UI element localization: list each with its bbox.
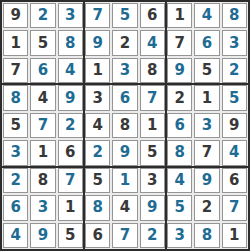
sudoku-cell-r2c8[interactable]: 6 bbox=[194, 30, 219, 55]
sudoku-board: 9237561481589247637641389528493672155724… bbox=[0, 0, 250, 251]
sudoku-cell-r8c9[interactable]: 7 bbox=[222, 195, 247, 220]
sudoku-cell-r7c5[interactable]: 1 bbox=[112, 168, 137, 193]
sudoku-cell-r8c3[interactable]: 1 bbox=[58, 195, 83, 220]
sudoku-cell-r3c9[interactable]: 2 bbox=[222, 58, 247, 83]
sudoku-cell-r5c5[interactable]: 8 bbox=[112, 113, 137, 138]
sudoku-cell-r5c6[interactable]: 1 bbox=[140, 113, 165, 138]
sudoku-cell-r3c8[interactable]: 5 bbox=[194, 58, 219, 83]
sudoku-cell-r2c7[interactable]: 7 bbox=[167, 30, 192, 55]
sudoku-cell-r6c7[interactable]: 8 bbox=[167, 140, 192, 165]
sudoku-cell-r7c4[interactable]: 5 bbox=[85, 168, 110, 193]
sudoku-cell-r3c1[interactable]: 7 bbox=[3, 58, 28, 83]
sudoku-cell-r2c6[interactable]: 4 bbox=[140, 30, 165, 55]
sudoku-cell-r1c9[interactable]: 8 bbox=[222, 3, 247, 28]
sudoku-cell-r2c1[interactable]: 1 bbox=[3, 30, 28, 55]
sudoku-cell-r9c8[interactable]: 8 bbox=[194, 223, 219, 248]
sudoku-cell-r4c6[interactable]: 7 bbox=[140, 85, 165, 110]
sudoku-cell-r4c4[interactable]: 3 bbox=[85, 85, 110, 110]
sudoku-cell-r4c5[interactable]: 6 bbox=[112, 85, 137, 110]
sudoku-cell-r7c6[interactable]: 3 bbox=[140, 168, 165, 193]
sudoku-cell-r8c2[interactable]: 3 bbox=[30, 195, 55, 220]
sudoku-cell-r1c7[interactable]: 1 bbox=[167, 3, 192, 28]
sudoku-cell-r4c7[interactable]: 2 bbox=[167, 85, 192, 110]
sudoku-cell-r6c4[interactable]: 2 bbox=[85, 140, 110, 165]
sudoku-cell-r1c1[interactable]: 9 bbox=[3, 3, 28, 28]
box-divider-vertical-1 bbox=[83, 2, 85, 249]
sudoku-cell-r9c7[interactable]: 3 bbox=[167, 223, 192, 248]
sudoku-cell-r4c1[interactable]: 8 bbox=[3, 85, 28, 110]
sudoku-cell-r4c8[interactable]: 1 bbox=[194, 85, 219, 110]
sudoku-cell-r9c4[interactable]: 6 bbox=[85, 223, 110, 248]
sudoku-cell-r8c4[interactable]: 8 bbox=[85, 195, 110, 220]
sudoku-cell-r7c3[interactable]: 7 bbox=[58, 168, 83, 193]
sudoku-cell-r3c2[interactable]: 6 bbox=[30, 58, 55, 83]
sudoku-cell-r7c2[interactable]: 8 bbox=[30, 168, 55, 193]
sudoku-cell-r8c1[interactable]: 6 bbox=[3, 195, 28, 220]
sudoku-cell-r5c9[interactable]: 9 bbox=[222, 113, 247, 138]
sudoku-cell-r8c8[interactable]: 2 bbox=[194, 195, 219, 220]
sudoku-cell-r1c5[interactable]: 5 bbox=[112, 3, 137, 28]
sudoku-cell-r6c9[interactable]: 4 bbox=[222, 140, 247, 165]
sudoku-cell-r5c1[interactable]: 5 bbox=[3, 113, 28, 138]
sudoku-cell-r3c6[interactable]: 8 bbox=[140, 58, 165, 83]
sudoku-cell-r1c2[interactable]: 2 bbox=[30, 3, 55, 28]
sudoku-cell-r9c1[interactable]: 4 bbox=[3, 223, 28, 248]
sudoku-cell-r8c6[interactable]: 9 bbox=[140, 195, 165, 220]
sudoku-cell-r3c4[interactable]: 1 bbox=[85, 58, 110, 83]
sudoku-cell-r9c6[interactable]: 2 bbox=[140, 223, 165, 248]
sudoku-cell-r5c3[interactable]: 2 bbox=[58, 113, 83, 138]
sudoku-cell-r5c8[interactable]: 3 bbox=[194, 113, 219, 138]
sudoku-cell-r2c2[interactable]: 5 bbox=[30, 30, 55, 55]
sudoku-cell-r6c2[interactable]: 1 bbox=[30, 140, 55, 165]
sudoku-cell-r7c1[interactable]: 2 bbox=[3, 168, 28, 193]
sudoku-cell-r6c5[interactable]: 9 bbox=[112, 140, 137, 165]
sudoku-cell-r2c4[interactable]: 9 bbox=[85, 30, 110, 55]
sudoku-cell-r7c7[interactable]: 4 bbox=[167, 168, 192, 193]
sudoku-cell-r1c6[interactable]: 6 bbox=[140, 3, 165, 28]
sudoku-cell-r2c5[interactable]: 2 bbox=[112, 30, 137, 55]
sudoku-cell-r3c7[interactable]: 9 bbox=[167, 58, 192, 83]
sudoku-cell-r2c9[interactable]: 3 bbox=[222, 30, 247, 55]
box-divider-horizontal-2 bbox=[2, 166, 248, 168]
sudoku-cell-r6c8[interactable]: 7 bbox=[194, 140, 219, 165]
sudoku-cell-r9c2[interactable]: 9 bbox=[30, 223, 55, 248]
sudoku-cell-r9c9[interactable]: 1 bbox=[222, 223, 247, 248]
sudoku-cell-r1c8[interactable]: 4 bbox=[194, 3, 219, 28]
sudoku-cell-r4c9[interactable]: 5 bbox=[222, 85, 247, 110]
sudoku-cell-r6c6[interactable]: 5 bbox=[140, 140, 165, 165]
sudoku-cell-r6c1[interactable]: 3 bbox=[3, 140, 28, 165]
sudoku-cell-r4c3[interactable]: 9 bbox=[58, 85, 83, 110]
sudoku-cell-r7c9[interactable]: 6 bbox=[222, 168, 247, 193]
sudoku-cell-r5c7[interactable]: 6 bbox=[167, 113, 192, 138]
sudoku-cell-r5c4[interactable]: 4 bbox=[85, 113, 110, 138]
sudoku-cell-r6c3[interactable]: 6 bbox=[58, 140, 83, 165]
sudoku-cell-r1c3[interactable]: 3 bbox=[58, 3, 83, 28]
sudoku-cell-r3c5[interactable]: 3 bbox=[112, 58, 137, 83]
sudoku-cell-r5c2[interactable]: 7 bbox=[30, 113, 55, 138]
sudoku-cell-r4c2[interactable]: 4 bbox=[30, 85, 55, 110]
sudoku-cell-r9c3[interactable]: 5 bbox=[58, 223, 83, 248]
sudoku-cell-r1c4[interactable]: 7 bbox=[85, 3, 110, 28]
sudoku-grid: 9237561481589247637641389528493672155724… bbox=[3, 3, 247, 248]
sudoku-cell-r8c5[interactable]: 4 bbox=[112, 195, 137, 220]
sudoku-cell-r7c8[interactable]: 9 bbox=[194, 168, 219, 193]
box-divider-horizontal-1 bbox=[2, 83, 248, 85]
box-divider-vertical-2 bbox=[165, 2, 167, 249]
sudoku-cell-r8c7[interactable]: 5 bbox=[167, 195, 192, 220]
sudoku-cell-r3c3[interactable]: 4 bbox=[58, 58, 83, 83]
sudoku-cell-r2c3[interactable]: 8 bbox=[58, 30, 83, 55]
sudoku-cell-r9c5[interactable]: 7 bbox=[112, 223, 137, 248]
